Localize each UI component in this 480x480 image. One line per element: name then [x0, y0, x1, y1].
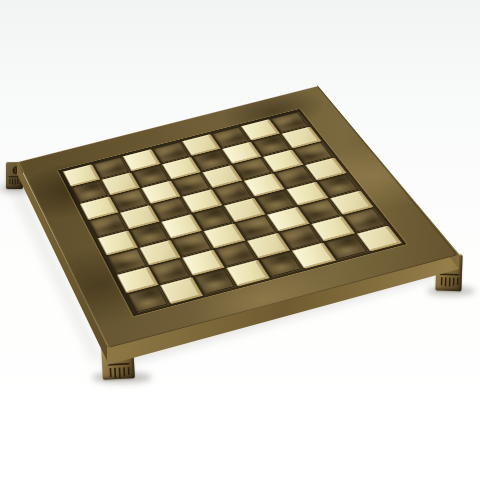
board-groove-ring — [58, 109, 407, 316]
volute-ornament-icon — [101, 344, 135, 380]
chessboard-product-photo — [0, 0, 480, 480]
chess-board — [18, 86, 458, 348]
board-foot-front — [101, 344, 135, 380]
board-grid — [62, 111, 402, 313]
